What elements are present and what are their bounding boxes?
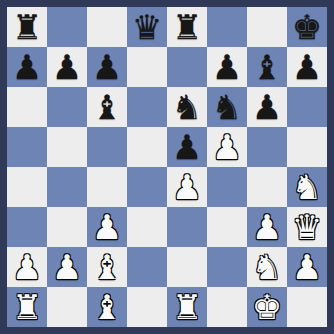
piece-white-knight[interactable]: ♞	[252, 247, 282, 287]
square-c2[interactable]: ♝	[87, 247, 127, 287]
square-e5[interactable]: ♟	[167, 127, 207, 167]
square-c8[interactable]	[87, 7, 127, 47]
square-h5[interactable]	[287, 127, 327, 167]
piece-black-king[interactable]: ♚	[292, 7, 322, 47]
square-b4[interactable]	[47, 167, 87, 207]
square-b3[interactable]	[47, 207, 87, 247]
piece-white-pawn[interactable]: ♟	[92, 207, 122, 247]
square-h1[interactable]	[287, 287, 327, 327]
piece-black-pawn[interactable]: ♟	[252, 87, 282, 127]
square-d7[interactable]	[127, 47, 167, 87]
square-h7[interactable]: ♟	[287, 47, 327, 87]
piece-white-pawn[interactable]: ♟	[212, 127, 242, 167]
square-d4[interactable]	[127, 167, 167, 207]
square-f7[interactable]: ♟	[207, 47, 247, 87]
square-h2[interactable]: ♟	[287, 247, 327, 287]
square-c7[interactable]: ♟	[87, 47, 127, 87]
square-g6[interactable]: ♟	[247, 87, 287, 127]
piece-white-pawn[interactable]: ♟	[12, 247, 42, 287]
chess-board-frame: ♜♛♜♚♟♟♟♟♝♟♝♞♞♟♟♟♟♞♟♟♛♟♟♝♞♟♜♝♜♚	[0, 0, 334, 334]
square-h4[interactable]: ♞	[287, 167, 327, 207]
square-f6[interactable]: ♞	[207, 87, 247, 127]
square-e8[interactable]: ♜	[167, 7, 207, 47]
piece-black-pawn[interactable]: ♟	[52, 47, 82, 87]
square-d1[interactable]	[127, 287, 167, 327]
square-a4[interactable]	[7, 167, 47, 207]
square-f4[interactable]	[207, 167, 247, 207]
piece-black-pawn[interactable]: ♟	[92, 47, 122, 87]
piece-white-bishop[interactable]: ♝	[92, 247, 122, 287]
square-g2[interactable]: ♞	[247, 247, 287, 287]
piece-white-queen[interactable]: ♛	[292, 207, 322, 247]
square-g7[interactable]: ♝	[247, 47, 287, 87]
piece-white-pawn[interactable]: ♟	[52, 247, 82, 287]
square-c5[interactable]	[87, 127, 127, 167]
piece-black-pawn[interactable]: ♟	[292, 47, 322, 87]
piece-black-pawn[interactable]: ♟	[12, 47, 42, 87]
square-d2[interactable]	[127, 247, 167, 287]
square-d8[interactable]: ♛	[127, 7, 167, 47]
piece-black-rook[interactable]: ♜	[12, 7, 42, 47]
square-f5[interactable]: ♟	[207, 127, 247, 167]
piece-black-bishop[interactable]: ♝	[92, 87, 122, 127]
piece-white-rook[interactable]: ♜	[12, 287, 42, 327]
square-h3[interactable]: ♛	[287, 207, 327, 247]
piece-black-knight[interactable]: ♞	[212, 87, 242, 127]
piece-black-bishop[interactable]: ♝	[252, 47, 282, 87]
square-f8[interactable]	[207, 7, 247, 47]
chess-board: ♜♛♜♚♟♟♟♟♝♟♝♞♞♟♟♟♟♞♟♟♛♟♟♝♞♟♜♝♜♚	[7, 7, 327, 327]
square-e2[interactable]	[167, 247, 207, 287]
square-b7[interactable]: ♟	[47, 47, 87, 87]
piece-black-pawn[interactable]: ♟	[172, 127, 202, 167]
square-h8[interactable]: ♚	[287, 7, 327, 47]
square-f1[interactable]	[207, 287, 247, 327]
square-e6[interactable]: ♞	[167, 87, 207, 127]
piece-white-pawn[interactable]: ♟	[252, 207, 282, 247]
square-b2[interactable]: ♟	[47, 247, 87, 287]
piece-white-pawn[interactable]: ♟	[292, 247, 322, 287]
square-b1[interactable]	[47, 287, 87, 327]
square-a8[interactable]: ♜	[7, 7, 47, 47]
square-a2[interactable]: ♟	[7, 247, 47, 287]
square-c1[interactable]: ♝	[87, 287, 127, 327]
square-b5[interactable]	[47, 127, 87, 167]
piece-white-king[interactable]: ♚	[252, 287, 282, 327]
piece-white-bishop[interactable]: ♝	[92, 287, 122, 327]
square-d6[interactable]	[127, 87, 167, 127]
square-e3[interactable]	[167, 207, 207, 247]
square-a1[interactable]: ♜	[7, 287, 47, 327]
square-e7[interactable]	[167, 47, 207, 87]
square-b8[interactable]	[47, 7, 87, 47]
square-a7[interactable]: ♟	[7, 47, 47, 87]
piece-white-knight[interactable]: ♞	[292, 167, 322, 207]
square-g5[interactable]	[247, 127, 287, 167]
square-b6[interactable]	[47, 87, 87, 127]
square-g1[interactable]: ♚	[247, 287, 287, 327]
square-f3[interactable]	[207, 207, 247, 247]
square-c3[interactable]: ♟	[87, 207, 127, 247]
square-h6[interactable]	[287, 87, 327, 127]
square-c6[interactable]: ♝	[87, 87, 127, 127]
square-a5[interactable]	[7, 127, 47, 167]
piece-black-queen[interactable]: ♛	[132, 7, 162, 47]
square-e1[interactable]: ♜	[167, 287, 207, 327]
square-g8[interactable]	[247, 7, 287, 47]
square-a6[interactable]	[7, 87, 47, 127]
square-f2[interactable]	[207, 247, 247, 287]
piece-white-rook[interactable]: ♜	[172, 287, 202, 327]
piece-white-pawn[interactable]: ♟	[172, 167, 202, 207]
piece-black-rook[interactable]: ♜	[172, 7, 202, 47]
square-a3[interactable]	[7, 207, 47, 247]
piece-black-knight[interactable]: ♞	[172, 87, 202, 127]
piece-black-pawn[interactable]: ♟	[212, 47, 242, 87]
square-c4[interactable]	[87, 167, 127, 207]
square-d5[interactable]	[127, 127, 167, 167]
square-g3[interactable]: ♟	[247, 207, 287, 247]
square-d3[interactable]	[127, 207, 167, 247]
square-g4[interactable]	[247, 167, 287, 207]
square-e4[interactable]: ♟	[167, 167, 207, 207]
